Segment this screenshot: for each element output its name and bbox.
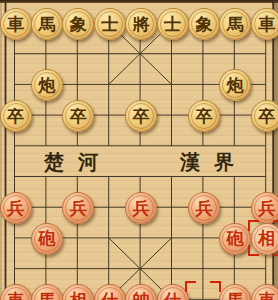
piece-label: 兵: [195, 200, 212, 217]
piece-label: 士: [164, 16, 181, 33]
piece-label: 將: [133, 16, 150, 33]
piece-red-soldier[interactable]: 兵: [0, 192, 32, 224]
piece-label: 帥: [133, 292, 150, 300]
river-label-right: 漢界: [172, 149, 256, 175]
piece-label: 兵: [7, 200, 24, 217]
piece-label: 車: [7, 16, 24, 33]
piece-label: 炮: [227, 77, 244, 94]
piece-label: 卒: [70, 108, 87, 125]
piece-black-chariot[interactable]: 車: [251, 8, 278, 40]
piece-label: 馬: [227, 16, 244, 33]
piece-black-general[interactable]: 將: [125, 8, 157, 40]
piece-label: 象: [195, 16, 212, 33]
piece-label: 卒: [133, 108, 150, 125]
piece-label: 車: [258, 16, 275, 33]
piece-red-soldier[interactable]: 兵: [188, 192, 220, 224]
piece-label: 砲: [38, 230, 55, 247]
river-label-left: 楚河: [36, 149, 120, 175]
piece-black-soldier[interactable]: 卒: [188, 100, 220, 132]
piece-label: 卒: [7, 108, 24, 125]
piece-label: 炮: [38, 77, 55, 94]
piece-label: 兵: [70, 200, 87, 217]
piece-black-soldier[interactable]: 卒: [125, 100, 157, 132]
piece-red-cannon[interactable]: 砲: [219, 223, 251, 255]
piece-red-soldier[interactable]: 兵: [251, 192, 278, 224]
piece-black-elephant[interactable]: 象: [188, 8, 220, 40]
piece-label: 卒: [258, 108, 275, 125]
piece-label: 兵: [258, 200, 275, 217]
piece-label: 卒: [195, 108, 212, 125]
piece-black-soldier[interactable]: 卒: [251, 100, 278, 132]
piece-black-advisor[interactable]: 士: [94, 8, 126, 40]
piece-label: 馬: [38, 292, 55, 300]
piece-label: 士: [101, 16, 118, 33]
piece-red-elephant[interactable]: 相: [251, 223, 278, 255]
piece-label: 兵: [133, 200, 150, 217]
piece-black-chariot[interactable]: 車: [0, 8, 32, 40]
piece-label: 仕: [101, 292, 118, 300]
xiangqi-board[interactable]: 楚河 漢界 車馬象士將士象馬車炮炮卒卒卒卒卒兵兵兵兵兵砲砲相車馬相仕帥仕馬車: [0, 0, 278, 300]
piece-label: 象: [70, 16, 87, 33]
piece-label: 砲: [227, 230, 244, 247]
piece-label: 相: [258, 230, 275, 247]
piece-black-advisor[interactable]: 士: [157, 8, 189, 40]
piece-red-cannon[interactable]: 砲: [31, 223, 63, 255]
piece-label: 馬: [227, 292, 244, 300]
piece-black-horse[interactable]: 馬: [31, 8, 63, 40]
piece-label: 相: [70, 292, 87, 300]
piece-label: 仕: [164, 292, 181, 300]
piece-label: 馬: [38, 16, 55, 33]
piece-black-soldier[interactable]: 卒: [0, 100, 32, 132]
piece-label: 車: [258, 292, 275, 300]
piece-label: 車: [7, 292, 24, 300]
